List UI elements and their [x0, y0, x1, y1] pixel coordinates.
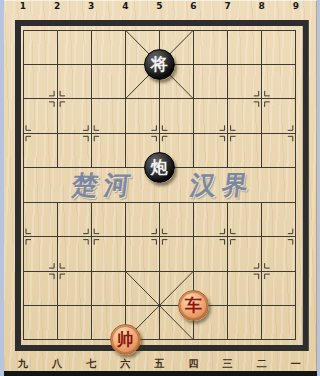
top-coord-label: 5: [153, 1, 165, 12]
bottom-coord-label: 八: [49, 358, 65, 370]
piece-black-cannon[interactable]: 炮: [144, 152, 175, 183]
bottom-coord-label: 一: [288, 358, 304, 370]
board-intersections-grid[interactable]: 将炮车帅: [6, 13, 313, 357]
top-coord-label: 1: [17, 1, 29, 12]
piece-red-general[interactable]: 帅: [110, 324, 141, 355]
bottom-coord-label: 五: [151, 358, 167, 370]
top-coord-label: 3: [85, 1, 97, 12]
bottom-coord-label: 二: [254, 358, 270, 370]
top-coord-label: 8: [256, 1, 268, 12]
bottom-coord-label: 四: [186, 358, 202, 370]
panel-bottom-edge: [4, 371, 317, 376]
top-coord-label: 6: [188, 1, 200, 12]
top-coord-label: 9: [290, 1, 302, 12]
bottom-coord-label: 六: [117, 358, 133, 370]
bottom-coord-label: 三: [220, 358, 236, 370]
piece-red-chariot[interactable]: 车: [178, 290, 209, 321]
bottom-coord-label: 九: [15, 358, 31, 370]
top-coord-label: 7: [222, 1, 234, 12]
piece-black-general[interactable]: 将: [144, 49, 175, 80]
top-coord-label: 2: [51, 1, 63, 12]
top-coord-label: 4: [119, 1, 131, 12]
xiangqi-board-screen: 123456789 楚河 汉界 将炮车帅 九八七六五四三二一: [0, 0, 320, 376]
bottom-coord-label: 七: [83, 358, 99, 370]
